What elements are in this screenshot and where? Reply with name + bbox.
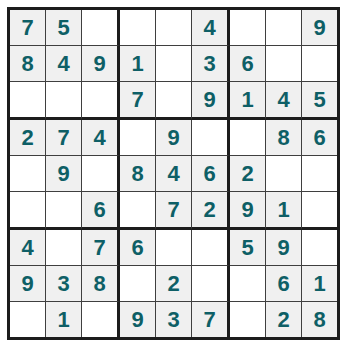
sudoku-cell-r1c8[interactable] xyxy=(266,10,302,46)
sudoku-cell-r3c8: 4 xyxy=(266,82,302,120)
sudoku-cell-r4c8: 8 xyxy=(266,120,302,156)
sudoku-cell-r9c3[interactable] xyxy=(82,302,120,337)
sudoku-cell-r8c1: 9 xyxy=(10,266,46,302)
sudoku-cell-r4c5: 9 xyxy=(156,120,192,156)
sudoku-board: 7549849136791452749869846267291476599382… xyxy=(7,7,340,340)
sudoku-cell-r6c1[interactable] xyxy=(10,192,46,230)
sudoku-cell-r9c2: 1 xyxy=(46,302,82,337)
sudoku-cell-r4c4[interactable] xyxy=(120,120,156,156)
sudoku-cell-r1c2: 5 xyxy=(46,10,82,46)
sudoku-cell-r4c3: 4 xyxy=(82,120,120,156)
sudoku-cell-r8c9: 1 xyxy=(302,266,337,302)
sudoku-cell-r5c6: 6 xyxy=(192,156,230,192)
sudoku-cell-r5c9[interactable] xyxy=(302,156,337,192)
sudoku-cell-r1c6: 4 xyxy=(192,10,230,46)
sudoku-cell-r7c1: 4 xyxy=(10,230,46,266)
sudoku-cell-r6c8: 1 xyxy=(266,192,302,230)
sudoku-cell-r1c7[interactable] xyxy=(230,10,266,46)
sudoku-cell-r3c1[interactable] xyxy=(10,82,46,120)
sudoku-cell-r6c9[interactable] xyxy=(302,192,337,230)
sudoku-cell-r6c2[interactable] xyxy=(46,192,82,230)
sudoku-cell-r3c3[interactable] xyxy=(82,82,120,120)
sudoku-cell-r9c1[interactable] xyxy=(10,302,46,337)
sudoku-cell-r5c3[interactable] xyxy=(82,156,120,192)
sudoku-cell-r5c1[interactable] xyxy=(10,156,46,192)
sudoku-cell-r3c5[interactable] xyxy=(156,82,192,120)
sudoku-cell-r8c5: 2 xyxy=(156,266,192,302)
sudoku-cell-r6c3: 6 xyxy=(82,192,120,230)
sudoku-cell-r5c2: 9 xyxy=(46,156,82,192)
sudoku-cell-r7c6[interactable] xyxy=(192,230,230,266)
sudoku-cell-r2c5[interactable] xyxy=(156,46,192,82)
sudoku-cell-r1c9: 9 xyxy=(302,10,337,46)
sudoku-cell-r9c6: 7 xyxy=(192,302,230,337)
sudoku-cell-r5c5: 4 xyxy=(156,156,192,192)
sudoku-cell-r7c5[interactable] xyxy=(156,230,192,266)
sudoku-cell-r4c6[interactable] xyxy=(192,120,230,156)
sudoku-cell-r8c8: 6 xyxy=(266,266,302,302)
sudoku-cell-r2c3: 9 xyxy=(82,46,120,82)
sudoku-cell-r3c4: 7 xyxy=(120,82,156,120)
sudoku-cell-r7c3: 7 xyxy=(82,230,120,266)
sudoku-cell-r2c7: 6 xyxy=(230,46,266,82)
sudoku-cell-r4c2: 7 xyxy=(46,120,82,156)
page: 7549849136791452749869846267291476599382… xyxy=(0,0,350,350)
sudoku-cell-r1c3[interactable] xyxy=(82,10,120,46)
sudoku-cell-r5c4: 8 xyxy=(120,156,156,192)
sudoku-cell-r4c7[interactable] xyxy=(230,120,266,156)
sudoku-cell-r7c7: 5 xyxy=(230,230,266,266)
sudoku-cell-r9c9: 8 xyxy=(302,302,337,337)
sudoku-cell-r2c9[interactable] xyxy=(302,46,337,82)
sudoku-cell-r7c4: 6 xyxy=(120,230,156,266)
sudoku-cell-r6c4[interactable] xyxy=(120,192,156,230)
sudoku-cell-r3c9: 5 xyxy=(302,82,337,120)
sudoku-cell-r1c4[interactable] xyxy=(120,10,156,46)
sudoku-cell-r9c5: 3 xyxy=(156,302,192,337)
sudoku-cell-r7c8: 9 xyxy=(266,230,302,266)
sudoku-cell-r4c9: 6 xyxy=(302,120,337,156)
sudoku-cell-r7c2[interactable] xyxy=(46,230,82,266)
sudoku-cell-r8c3: 8 xyxy=(82,266,120,302)
sudoku-cell-r4c1: 2 xyxy=(10,120,46,156)
sudoku-cell-r2c8[interactable] xyxy=(266,46,302,82)
sudoku-cell-r6c7: 9 xyxy=(230,192,266,230)
sudoku-cell-r3c2[interactable] xyxy=(46,82,82,120)
sudoku-cell-r9c7[interactable] xyxy=(230,302,266,337)
sudoku-cell-r2c1: 8 xyxy=(10,46,46,82)
sudoku-cell-r9c8: 2 xyxy=(266,302,302,337)
sudoku-cell-r8c6[interactable] xyxy=(192,266,230,302)
sudoku-cell-r2c6: 3 xyxy=(192,46,230,82)
sudoku-cell-r6c6: 2 xyxy=(192,192,230,230)
sudoku-cell-r6c5: 7 xyxy=(156,192,192,230)
sudoku-cell-r8c7[interactable] xyxy=(230,266,266,302)
sudoku-cell-r2c4: 1 xyxy=(120,46,156,82)
sudoku-cell-r1c5[interactable] xyxy=(156,10,192,46)
sudoku-cell-r8c4[interactable] xyxy=(120,266,156,302)
sudoku-cell-r5c8[interactable] xyxy=(266,156,302,192)
sudoku-cell-r3c6: 9 xyxy=(192,82,230,120)
sudoku-cell-r5c7: 2 xyxy=(230,156,266,192)
sudoku-cell-r3c7: 1 xyxy=(230,82,266,120)
sudoku-cell-r2c2: 4 xyxy=(46,46,82,82)
sudoku-cell-r9c4: 9 xyxy=(120,302,156,337)
sudoku-cell-r8c2: 3 xyxy=(46,266,82,302)
sudoku-cell-r7c9[interactable] xyxy=(302,230,337,266)
sudoku-cell-r1c1: 7 xyxy=(10,10,46,46)
